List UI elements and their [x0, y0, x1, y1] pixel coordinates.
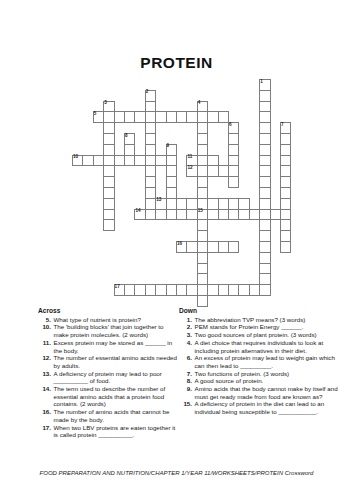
clue-number: 16.: [38, 408, 51, 423]
clue-item: 6.An excess of protein may lead to weigh…: [179, 354, 339, 369]
clue-text: A deficiency of protein in the diet can …: [195, 400, 340, 415]
clue-text: A good source of protein.: [195, 377, 340, 385]
across-clues-section: Across 5.What type of nutrient is protei…: [38, 307, 180, 439]
clue-number: 10.: [38, 323, 51, 338]
clue-item: 4.A diet choice that requires individual…: [179, 339, 339, 354]
crossword-cell[interactable]: [228, 241, 239, 253]
clue-item: 2.PEM stands for Protein Energy ______.: [179, 323, 339, 331]
footer-text: FOOD PREPARATION AND NUTRITION/CHAPTER 1…: [0, 470, 353, 476]
clue-number: 7.: [179, 370, 192, 378]
crossword-cell[interactable]: [103, 219, 114, 231]
clue-text: Excess protein may be stored as ______ i…: [54, 339, 181, 354]
clue-item: 7.Two functions of protein. (3 words): [179, 370, 339, 378]
clue-number: 9.: [179, 385, 192, 400]
clue-number: 1.: [179, 316, 192, 324]
clue-item: 13.A deficiency of protein may lead to p…: [38, 370, 180, 385]
clue-text: Amino acids that the body cannot make by…: [195, 385, 340, 400]
clue-text: The 'building blocks' that join together…: [54, 323, 181, 338]
clue-number: 5.: [38, 316, 51, 324]
crossword-cell[interactable]: [228, 176, 239, 188]
across-clue-list: 5.What type of nutrient is protein?10.Th…: [38, 316, 180, 439]
clue-number: 6.: [179, 354, 192, 369]
clue-item: 9.Amino acids that the body cannot make …: [179, 385, 339, 400]
clue-number: 2.: [179, 323, 192, 331]
crossword-cell[interactable]: [197, 295, 208, 307]
clue-text: Two functions of protein. (3 words): [195, 370, 340, 378]
clue-number: 11.: [38, 339, 51, 354]
clue-text: An excess of protein may lead to weight …: [195, 354, 340, 369]
clue-item: 10.The 'building blocks' that join toget…: [38, 323, 180, 338]
crossword-cell[interactable]: [259, 284, 270, 296]
clue-item: 11.Excess protein may be stored as _____…: [38, 339, 180, 354]
clue-text: What type of nutrient is protein?: [54, 316, 181, 324]
clue-item: 5.What type of nutrient is protein?: [38, 316, 180, 324]
clue-text: A diet choice that requires individuals …: [195, 339, 340, 354]
clue-number: 8.: [179, 377, 192, 385]
clue-item: 16.The number of amino acids that cannot…: [38, 408, 180, 423]
clue-item: 14.The term used to describe the number …: [38, 385, 180, 408]
down-clues-section: Down 1.The abbreviation TVP means? (3 wo…: [179, 307, 339, 416]
clue-text: Two good sources of plant protein. (3 wo…: [195, 331, 340, 339]
worksheet-page: PROTEIN 5101112131416171234678915 Across…: [0, 0, 353, 500]
clue-number: 3.: [179, 331, 192, 339]
clue-text: PEM stands for Protein Energy ______.: [195, 323, 340, 331]
clue-number: 14.: [38, 385, 51, 408]
crossword-grid: 5101112131416171234678915: [0, 0, 353, 320]
clue-number: 12.: [38, 354, 51, 369]
clue-item: 12.The number of essential amino acids n…: [38, 354, 180, 369]
clue-text: A deficiency of protein may lead to poor…: [54, 370, 181, 385]
clue-item: 8.A good source of protein.: [179, 377, 339, 385]
across-header: Across: [38, 307, 180, 315]
clue-item: 17.When two LBV proteins are eaten toget…: [38, 424, 180, 439]
clue-item: 1.The abbreviation TVP means? (3 words): [179, 316, 339, 324]
clue-item: 15.A deficiency of protein in the diet c…: [179, 400, 339, 415]
clue-number: 17.: [38, 424, 51, 439]
clue-text: The number of amino acids that cannot be…: [54, 408, 181, 423]
clue-text: The number of essential amino acids need…: [54, 354, 181, 369]
down-header: Down: [179, 307, 339, 315]
clue-text: When two LBV proteins are eaten together…: [54, 424, 181, 439]
clue-number: 13.: [38, 370, 51, 385]
down-clue-list: 1.The abbreviation TVP means? (3 words)2…: [179, 316, 339, 416]
clue-number: 15.: [179, 400, 192, 415]
crossword-cell[interactable]: [280, 241, 291, 253]
clue-text: The abbreviation TVP means? (3 words): [195, 316, 340, 324]
clue-text: The term used to describe the number of …: [54, 385, 181, 408]
clue-number: 4.: [179, 339, 192, 354]
clue-item: 3.Two good sources of plant protein. (3 …: [179, 331, 339, 339]
